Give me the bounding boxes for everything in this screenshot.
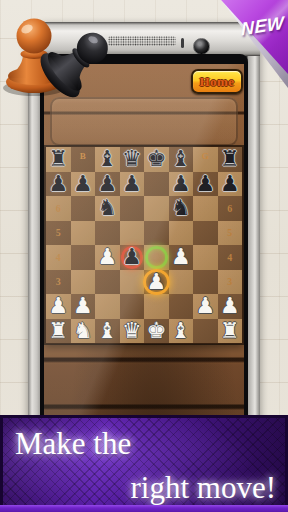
black-pawn-g7[interactable]: ♟ — [193, 172, 218, 197]
square-e2[interactable] — [144, 294, 169, 319]
white-undefined-g1[interactable] — [193, 319, 218, 344]
square-a3[interactable]: 3 — [46, 270, 71, 295]
rank-label-3-right: 3 — [218, 270, 243, 295]
square-h2[interactable]: ♟ — [218, 294, 243, 319]
square-d2[interactable] — [120, 294, 145, 319]
square-b4[interactable] — [71, 245, 96, 270]
black-pawn-d4[interactable]: ♟ — [120, 245, 145, 270]
square-c1[interactable]: ♝ — [95, 319, 120, 344]
square-g2[interactable]: ♟ — [193, 294, 218, 319]
square-g4[interactable] — [193, 245, 218, 270]
rank-label-6-right: 6 — [218, 196, 243, 221]
rank-label-5-left: 5 — [46, 221, 71, 246]
white-pawn-b2[interactable]: ♟ — [71, 294, 96, 319]
square-a5[interactable]: 5 — [46, 221, 71, 246]
screenshot-stage: Home A♜BC♝D♛E♚F♝GH♜♟♟♟♟♟♟♟6♞♞6554♟♟♟43♟3… — [0, 0, 288, 512]
square-g3[interactable] — [193, 270, 218, 295]
promo-banner: Make the right move! — [0, 415, 288, 512]
square-c3[interactable] — [95, 270, 120, 295]
black-rook-h8[interactable]: ♜ — [218, 147, 243, 172]
file-label-G: G — [193, 151, 218, 161]
square-g5[interactable] — [193, 221, 218, 246]
square-f2[interactable] — [169, 294, 194, 319]
square-f3[interactable] — [169, 270, 194, 295]
square-h6[interactable]: 6 — [218, 196, 243, 221]
rank-label-4-right: 4 — [218, 245, 243, 270]
square-d5[interactable] — [120, 221, 145, 246]
square-f4[interactable]: ♟ — [169, 245, 194, 270]
square-f1[interactable]: ♝ — [169, 319, 194, 344]
square-c4[interactable]: ♟ — [95, 245, 120, 270]
black-knight-f6[interactable]: ♞ — [169, 196, 194, 221]
square-a1[interactable]: ♜ — [46, 319, 71, 344]
white-pawn-e3[interactable]: ♟ — [144, 270, 169, 295]
square-a2[interactable]: ♟ — [46, 294, 71, 319]
banner-bottom-strip — [0, 505, 288, 512]
white-pawn-c4[interactable]: ♟ — [95, 245, 120, 270]
white-pawn-a2[interactable]: ♟ — [46, 294, 71, 319]
square-f6[interactable]: ♞ — [169, 196, 194, 221]
white-queen-d1[interactable]: ♛ — [120, 319, 145, 344]
white-bishop-c1[interactable]: ♝ — [95, 319, 120, 344]
white-pawn-h2[interactable]: ♟ — [218, 294, 243, 319]
move-ring — [145, 246, 168, 269]
square-g8[interactable]: G — [193, 147, 218, 172]
square-h8[interactable]: H♜ — [218, 147, 243, 172]
square-e6[interactable] — [144, 196, 169, 221]
rank-label-5-right: 5 — [218, 221, 243, 246]
square-g7[interactable]: ♟ — [193, 172, 218, 197]
square-e4[interactable] — [144, 245, 169, 270]
square-e1[interactable]: ♚ — [144, 319, 169, 344]
rank-label-3-left: 3 — [46, 270, 71, 295]
square-b6[interactable] — [71, 196, 96, 221]
square-d6[interactable] — [120, 196, 145, 221]
square-f5[interactable] — [169, 221, 194, 246]
square-c2[interactable] — [95, 294, 120, 319]
white-knight-b1[interactable]: ♞ — [71, 319, 96, 344]
white-king-e1[interactable]: ♚ — [144, 319, 169, 344]
square-d1[interactable]: ♛ — [120, 319, 145, 344]
square-h3[interactable]: 3 — [218, 270, 243, 295]
decorative-pawns — [0, 0, 190, 190]
square-g6[interactable] — [193, 196, 218, 221]
square-b1[interactable]: ♞ — [71, 319, 96, 344]
rank-label-4-left: 4 — [46, 245, 71, 270]
square-g1[interactable] — [193, 319, 218, 344]
new-corner-ribbon: NEW — [212, 0, 288, 88]
white-pawn-g2[interactable]: ♟ — [193, 294, 218, 319]
square-d4[interactable]: ♟ — [120, 245, 145, 270]
square-h4[interactable]: 4 — [218, 245, 243, 270]
square-b3[interactable] — [71, 270, 96, 295]
square-b2[interactable]: ♟ — [71, 294, 96, 319]
square-e5[interactable] — [144, 221, 169, 246]
square-h5[interactable]: 5 — [218, 221, 243, 246]
square-b5[interactable] — [71, 221, 96, 246]
front-camera-icon — [193, 38, 210, 55]
banner-line-2: right move! — [131, 470, 277, 506]
square-e3[interactable]: ♟ — [144, 270, 169, 295]
white-pawn-f4[interactable]: ♟ — [169, 245, 194, 270]
square-a6[interactable]: 6 — [46, 196, 71, 221]
black-pawn-h7[interactable]: ♟ — [218, 172, 243, 197]
white-bishop-f1[interactable]: ♝ — [169, 319, 194, 344]
banner-line-1: Make the — [15, 426, 131, 462]
square-a4[interactable]: 4 — [46, 245, 71, 270]
square-d3[interactable] — [120, 270, 145, 295]
white-rook-h1[interactable]: ♜ — [218, 319, 243, 344]
square-c6[interactable]: ♞ — [95, 196, 120, 221]
rank-label-6-left: 6 — [46, 196, 71, 221]
black-knight-c6[interactable]: ♞ — [95, 196, 120, 221]
square-h7[interactable]: ♟ — [218, 172, 243, 197]
square-h1[interactable]: ♜ — [218, 319, 243, 344]
white-rook-a1[interactable]: ♜ — [46, 319, 71, 344]
square-c5[interactable] — [95, 221, 120, 246]
